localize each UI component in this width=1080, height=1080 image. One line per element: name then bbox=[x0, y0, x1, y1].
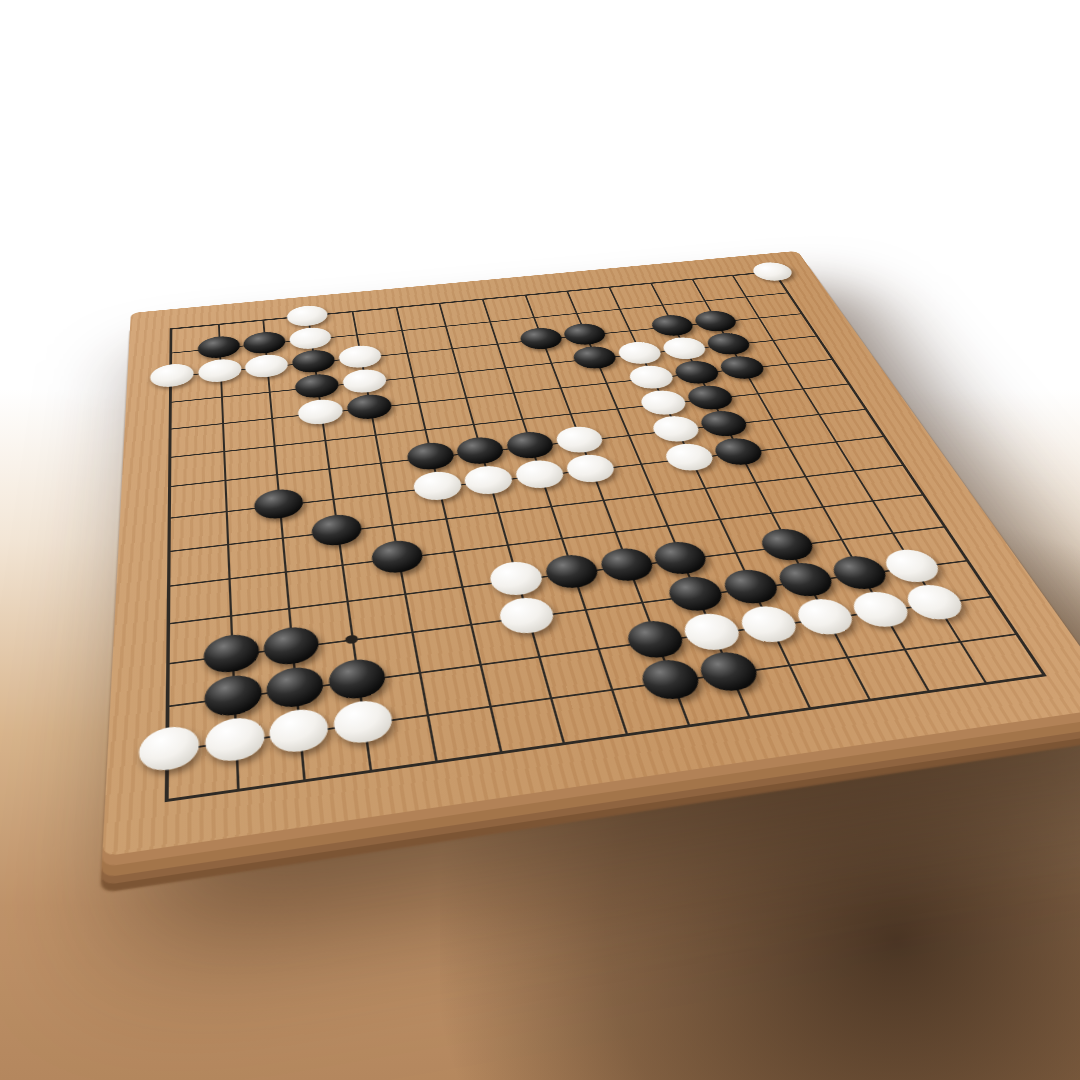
board-grid bbox=[165, 270, 1047, 801]
grid-cell bbox=[426, 706, 499, 760]
page-background bbox=[0, 0, 1080, 1080]
